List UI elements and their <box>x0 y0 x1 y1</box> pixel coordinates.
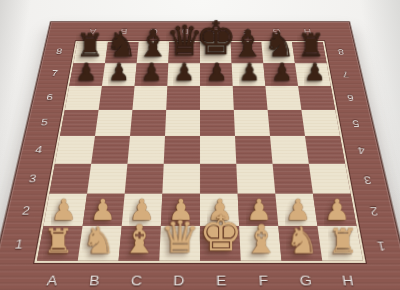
piece-white-pawn-e2: ♟ <box>207 195 233 224</box>
square-b8[interactable]: ♞ <box>105 42 139 63</box>
piece-white-knight-g1: ♞ <box>285 222 318 259</box>
square-e5[interactable] <box>200 110 235 136</box>
square-b4[interactable] <box>91 136 130 164</box>
rank-label-right-7: 7 <box>328 62 363 85</box>
file-label-bottom-e: E <box>200 262 243 290</box>
rank-label-left-2: 2 <box>4 195 47 228</box>
piece-white-rook-a1: ♜ <box>43 225 73 259</box>
square-h4[interactable] <box>305 136 345 164</box>
square-g6[interactable] <box>265 86 301 110</box>
square-f4[interactable] <box>235 136 273 164</box>
rank-label-left-3: 3 <box>12 164 53 194</box>
square-c8[interactable]: ♝ <box>137 42 170 63</box>
square-g4[interactable] <box>270 136 309 164</box>
photo-background: ABCDEFGH ABCDEFGH 87654321 87654321 ♜♞♝♛… <box>0 0 400 290</box>
square-b1[interactable]: ♞ <box>78 226 122 261</box>
file-label-top-a: A <box>76 22 110 41</box>
file-label-top-f: F <box>230 22 262 41</box>
rank-label-right-3: 3 <box>347 164 388 194</box>
square-g8[interactable]: ♞ <box>261 42 295 63</box>
square-a2[interactable]: ♟ <box>43 194 87 226</box>
square-f6[interactable] <box>233 86 268 110</box>
playing-field: ♜♞♝♛♚♝♞♜♟♟♟♟♟♟♟♟♟♟♟♟♟♟♟♟♜♞♝♛♚♝♞♜ <box>34 41 365 263</box>
rank-label-right-1: 1 <box>359 227 400 263</box>
file-label-bottom-d: D <box>157 262 200 290</box>
square-d6[interactable] <box>166 86 200 110</box>
square-f7[interactable]: ♟ <box>232 63 266 86</box>
file-label-top-b: B <box>107 22 140 41</box>
square-b7[interactable]: ♟ <box>102 63 137 86</box>
piece-white-pawn-a2: ♟ <box>50 195 76 224</box>
square-c2[interactable]: ♟ <box>122 194 163 226</box>
square-e3[interactable] <box>200 164 238 194</box>
square-c1[interactable]: ♝ <box>119 226 161 261</box>
file-label-bottom-h: H <box>324 262 372 290</box>
square-a3[interactable] <box>49 164 91 194</box>
square-a4[interactable] <box>55 136 95 164</box>
rank-label-right-8: 8 <box>324 41 358 62</box>
file-label-bottom-b: B <box>71 262 118 290</box>
square-a5[interactable] <box>60 110 99 136</box>
square-c5[interactable] <box>130 110 166 136</box>
piece-white-bishop-f1: ♝ <box>243 219 278 258</box>
piece-black-pawn-a7: ♟ <box>75 60 97 84</box>
rank-label-right-4: 4 <box>342 136 381 164</box>
square-e1[interactable]: ♚ <box>200 226 241 261</box>
square-d3[interactable] <box>162 164 200 194</box>
square-f2[interactable]: ♟ <box>238 194 279 226</box>
square-a8[interactable]: ♜ <box>73 42 108 63</box>
file-labels-top: ABCDEFGH <box>76 22 324 41</box>
piece-white-bishop-c1: ♝ <box>121 219 156 258</box>
square-f8[interactable]: ♝ <box>231 42 264 63</box>
square-b5[interactable] <box>95 110 132 136</box>
rank-label-right-5: 5 <box>337 110 375 136</box>
board-perspective: ABCDEFGH ABCDEFGH 87654321 87654321 ♜♞♝♛… <box>25 0 375 290</box>
piece-black-pawn-h7: ♟ <box>303 60 325 84</box>
square-h3[interactable] <box>309 164 351 194</box>
square-f1[interactable]: ♝ <box>239 226 281 261</box>
square-f3[interactable] <box>236 164 275 194</box>
file-label-bottom-g: G <box>283 262 330 290</box>
piece-black-pawn-d7: ♟ <box>173 60 195 84</box>
rank-label-left-8: 8 <box>42 41 76 62</box>
piece-black-pawn-f7: ♟ <box>238 60 260 84</box>
piece-black-pawn-b7: ♟ <box>108 60 130 84</box>
rank-label-left-5: 5 <box>25 110 63 136</box>
file-label-top-h: H <box>291 22 325 41</box>
file-label-top-g: G <box>260 22 293 41</box>
square-c4[interactable] <box>127 136 165 164</box>
square-d8[interactable]: ♛ <box>168 42 200 63</box>
file-label-top-c: C <box>138 22 170 41</box>
rank-label-right-6: 6 <box>333 85 369 110</box>
square-g5[interactable] <box>268 110 305 136</box>
rank-label-left-6: 6 <box>31 85 67 110</box>
square-h7[interactable]: ♟ <box>295 63 331 86</box>
file-labels-bottom: ABCDEFGH <box>28 262 373 290</box>
square-a1[interactable]: ♜ <box>37 226 83 261</box>
square-b2[interactable]: ♟ <box>83 194 125 226</box>
square-h6[interactable] <box>298 86 335 110</box>
piece-white-pawn-g2: ♟ <box>285 195 311 224</box>
piece-white-pawn-c2: ♟ <box>128 195 154 224</box>
file-label-top-e: E <box>200 22 231 41</box>
square-h5[interactable] <box>301 110 340 136</box>
rank-label-right-2: 2 <box>353 195 396 228</box>
piece-black-pawn-c7: ♟ <box>140 60 162 84</box>
square-d7[interactable]: ♟ <box>167 63 200 86</box>
square-h8[interactable]: ♜ <box>292 42 327 63</box>
piece-white-rook-h1: ♜ <box>327 225 357 259</box>
piece-white-pawn-d2: ♟ <box>167 195 193 224</box>
piece-white-pawn-b2: ♟ <box>89 195 115 224</box>
piece-white-pawn-f2: ♟ <box>246 195 272 224</box>
piece-black-pawn-e7: ♟ <box>205 60 227 84</box>
square-g1[interactable]: ♞ <box>278 226 322 261</box>
square-c3[interactable] <box>125 164 164 194</box>
square-b6[interactable] <box>99 86 135 110</box>
square-d5[interactable] <box>165 110 200 136</box>
piece-white-pawn-h2: ♟ <box>324 195 350 224</box>
square-g2[interactable]: ♟ <box>275 194 317 226</box>
square-e8[interactable]: ♚ <box>200 42 232 63</box>
square-a7[interactable]: ♟ <box>69 63 105 86</box>
file-label-top-d: D <box>169 22 200 41</box>
square-d4[interactable] <box>164 136 200 164</box>
square-g7[interactable]: ♟ <box>263 63 298 86</box>
square-a6[interactable] <box>65 86 102 110</box>
square-g3[interactable] <box>273 164 313 194</box>
square-f5[interactable] <box>234 110 270 136</box>
rank-label-left-7: 7 <box>37 62 72 85</box>
square-e2[interactable]: ♟ <box>200 194 239 226</box>
square-c6[interactable] <box>132 86 167 110</box>
square-h1[interactable]: ♜ <box>317 226 363 261</box>
file-label-bottom-c: C <box>114 262 159 290</box>
square-e6[interactable] <box>200 86 234 110</box>
file-label-bottom-a: A <box>28 262 76 290</box>
chess-board: ABCDEFGH ABCDEFGH 87654321 87654321 ♜♞♝♛… <box>0 22 400 290</box>
square-h2[interactable]: ♟ <box>313 194 357 226</box>
square-e4[interactable] <box>200 136 236 164</box>
piece-white-knight-b1: ♞ <box>82 222 115 259</box>
piece-black-pawn-g7: ♟ <box>271 60 293 84</box>
squares-grid: ♜♞♝♛♚♝♞♜♟♟♟♟♟♟♟♟♟♟♟♟♟♟♟♟♜♞♝♛♚♝♞♜ <box>37 42 363 261</box>
square-c7[interactable]: ♟ <box>135 63 169 86</box>
file-label-bottom-f: F <box>241 262 286 290</box>
square-b3[interactable] <box>87 164 127 194</box>
square-e7[interactable]: ♟ <box>200 63 233 86</box>
square-d2[interactable]: ♟ <box>161 194 200 226</box>
rank-label-left-4: 4 <box>19 136 58 164</box>
square-d1[interactable]: ♛ <box>159 226 200 261</box>
